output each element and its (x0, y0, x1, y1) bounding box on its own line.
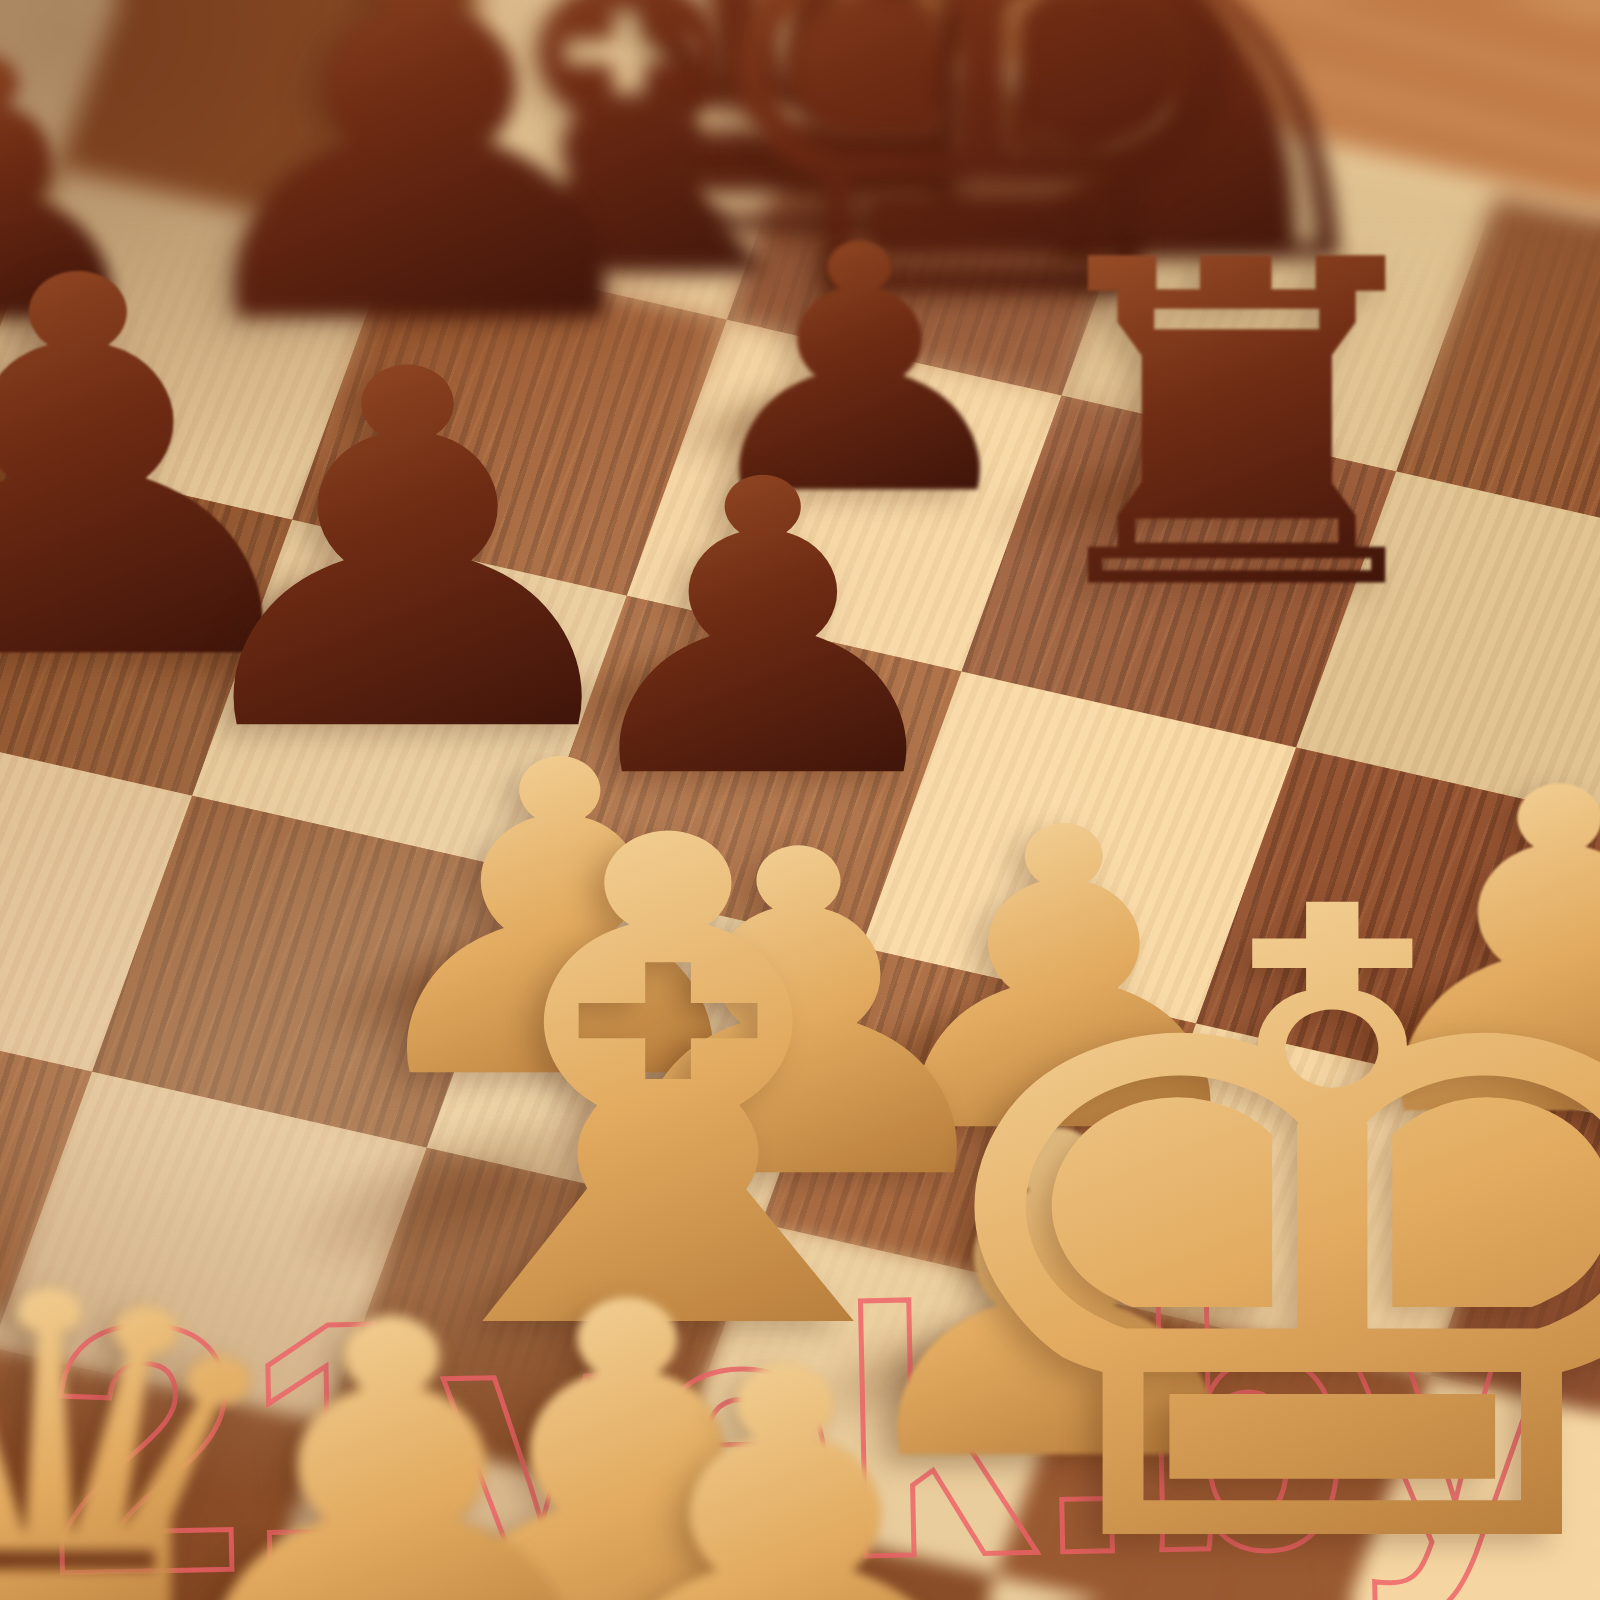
piece-white-pawn-e3[interactable]: ♟ (524, 1302, 1046, 1600)
pawn-glyph: ♟ (509, 1302, 1062, 1600)
chess-photo-stage: ♟♟♝♛♚♞♟♟♟♜♟♟♝♟♟♚♟♛♟♟♟♟ 21vek.by (0, 0, 1600, 1600)
rook-glyph: ♜ (1000, 204, 1474, 652)
piece-black-rook-e7[interactable]: ♜ (1013, 204, 1461, 652)
